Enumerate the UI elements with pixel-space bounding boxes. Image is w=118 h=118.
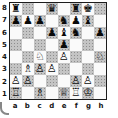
square-d3[interactable]: ♙ — [46, 63, 58, 75]
white-bishop-b3: ♗ — [23, 63, 33, 75]
square-f5[interactable] — [70, 39, 82, 51]
square-b2[interactable]: ♙ — [22, 75, 34, 87]
square-e6[interactable]: ♝ — [58, 27, 70, 39]
chess-board: ♜♛♜♚♟♟♟♞♟♝♟♝♞♟♟♘♙♘♗♙♙♙♙♙♙♖♗♕♖♔ — [9, 2, 107, 100]
square-g7[interactable]: ♝ — [82, 15, 94, 27]
black-pawn-e5: ♟ — [59, 39, 69, 51]
square-a4[interactable] — [10, 51, 22, 63]
square-c5[interactable] — [34, 39, 46, 51]
square-a3[interactable] — [10, 63, 22, 75]
black-pawn-f7: ♟ — [71, 15, 81, 27]
white-pawn-e4: ♙ — [59, 51, 69, 63]
square-e8[interactable] — [58, 3, 70, 15]
square-h1[interactable] — [94, 87, 106, 99]
square-a7[interactable]: ♟ — [10, 15, 22, 27]
file-label-g: g — [83, 101, 95, 111]
square-e2[interactable] — [58, 75, 70, 87]
square-d4[interactable] — [46, 51, 58, 63]
square-g4[interactable] — [82, 51, 94, 63]
black-pawn-b7: ♟ — [23, 15, 33, 27]
square-f4[interactable] — [70, 51, 82, 63]
square-b3[interactable]: ♗ — [22, 63, 34, 75]
square-a1[interactable]: ♖ — [10, 87, 22, 99]
square-h7[interactable] — [94, 15, 106, 27]
white-pawn-d3: ♙ — [47, 63, 57, 75]
rank-label-3: 3 — [0, 63, 9, 75]
square-h5[interactable] — [94, 39, 106, 51]
square-d5[interactable] — [46, 39, 58, 51]
white-pawn-a2: ♙ — [11, 75, 21, 87]
square-g1[interactable]: ♔ — [82, 87, 94, 99]
square-f7[interactable]: ♟ — [70, 15, 82, 27]
black-pawn-c7: ♟ — [35, 15, 45, 27]
square-e4[interactable]: ♙ — [58, 51, 70, 63]
rank-label-5: 5 — [0, 39, 9, 51]
file-label-c: c — [34, 101, 46, 111]
square-g5[interactable] — [82, 39, 94, 51]
chess-diagram: 87654321 ♜♛♜♚♟♟♟♞♟♝♟♝♞♟♟♘♙♘♗♙♙♙♙♙♙♖♗♕♖♔ … — [0, 0, 118, 118]
white-knight-c4: ♘ — [35, 51, 45, 63]
black-knight-e7: ♞ — [59, 15, 69, 27]
square-c7[interactable]: ♟ — [34, 15, 46, 27]
square-b4[interactable] — [22, 51, 34, 63]
square-a8[interactable]: ♜ — [10, 3, 22, 15]
square-c8[interactable] — [34, 3, 46, 15]
square-c4[interactable]: ♘ — [34, 51, 46, 63]
black-knight-f6: ♞ — [71, 27, 81, 39]
square-e3[interactable] — [58, 63, 70, 75]
square-a2[interactable]: ♙ — [10, 75, 22, 87]
rank-label-4: 4 — [0, 51, 9, 63]
square-e7[interactable]: ♞ — [58, 15, 70, 27]
white-pawn-b2: ♙ — [23, 75, 33, 87]
square-f8[interactable]: ♜ — [70, 3, 82, 15]
square-d7[interactable] — [46, 15, 58, 27]
black-pawn-a7: ♟ — [11, 15, 21, 27]
black-rook-a8: ♜ — [11, 3, 21, 15]
rank-label-1: 1 — [0, 88, 9, 100]
square-g2[interactable]: ♙ — [82, 75, 94, 87]
file-labels: abcdefgh — [9, 101, 107, 111]
square-b1[interactable] — [22, 87, 34, 99]
black-pawn-h6: ♟ — [95, 27, 105, 39]
white-pawn-g2: ♙ — [83, 75, 93, 87]
square-f1[interactable]: ♖ — [70, 87, 82, 99]
white-pawn-c3: ♙ — [35, 63, 45, 75]
square-b5[interactable] — [22, 39, 34, 51]
rank-label-8: 8 — [0, 2, 9, 14]
white-king-g1: ♔ — [83, 87, 93, 99]
square-d8[interactable]: ♛ — [46, 3, 58, 15]
square-h2[interactable] — [94, 75, 106, 87]
file-label-b: b — [21, 101, 33, 111]
square-b6[interactable] — [22, 27, 34, 39]
square-g6[interactable] — [82, 27, 94, 39]
black-rook-f8: ♜ — [71, 3, 81, 15]
file-label-f: f — [70, 101, 82, 111]
square-d2[interactable] — [46, 75, 58, 87]
square-h3[interactable] — [94, 63, 106, 75]
square-h6[interactable]: ♟ — [94, 27, 106, 39]
file-label-e: e — [58, 101, 70, 111]
rank-label-7: 7 — [0, 14, 9, 26]
square-d1[interactable] — [46, 87, 58, 99]
square-c1[interactable]: ♗ — [34, 87, 46, 99]
black-queen-d8: ♛ — [47, 3, 57, 15]
square-b8[interactable] — [22, 3, 34, 15]
square-c6[interactable] — [34, 27, 46, 39]
square-h4[interactable]: ♘ — [94, 51, 106, 63]
rank-label-6: 6 — [0, 27, 9, 39]
white-rook-f1: ♖ — [71, 87, 81, 99]
white-rook-a1: ♖ — [11, 87, 21, 99]
square-g8[interactable]: ♚ — [82, 3, 94, 15]
file-label-d: d — [46, 101, 58, 111]
black-bishop-g7: ♝ — [83, 15, 93, 27]
white-queen-e1: ♕ — [59, 87, 69, 99]
file-label-h: h — [95, 101, 107, 111]
square-h8[interactable] — [94, 3, 106, 15]
black-king-g8: ♚ — [83, 3, 93, 15]
white-knight-h4: ♘ — [95, 51, 105, 63]
rank-label-2: 2 — [0, 76, 9, 88]
square-b7[interactable]: ♟ — [22, 15, 34, 27]
black-pawn-d6: ♟ — [47, 27, 57, 39]
square-d6[interactable]: ♟ — [46, 27, 58, 39]
square-f2[interactable]: ♙ — [70, 75, 82, 87]
square-a6[interactable] — [10, 27, 22, 39]
square-c2[interactable] — [34, 75, 46, 87]
square-f6[interactable]: ♞ — [70, 27, 82, 39]
square-c3[interactable]: ♙ — [34, 63, 46, 75]
square-a5[interactable] — [10, 39, 22, 51]
square-f3[interactable] — [70, 63, 82, 75]
black-bishop-e6: ♝ — [59, 27, 69, 39]
square-e1[interactable]: ♕ — [58, 87, 70, 99]
rank-labels: 87654321 — [0, 2, 9, 100]
white-pawn-f2: ♙ — [71, 75, 81, 87]
scan-corner-mark — [0, 102, 9, 115]
square-g3[interactable] — [82, 63, 94, 75]
square-e5[interactable]: ♟ — [58, 39, 70, 51]
file-label-a: a — [9, 101, 21, 111]
white-bishop-c1: ♗ — [35, 87, 45, 99]
